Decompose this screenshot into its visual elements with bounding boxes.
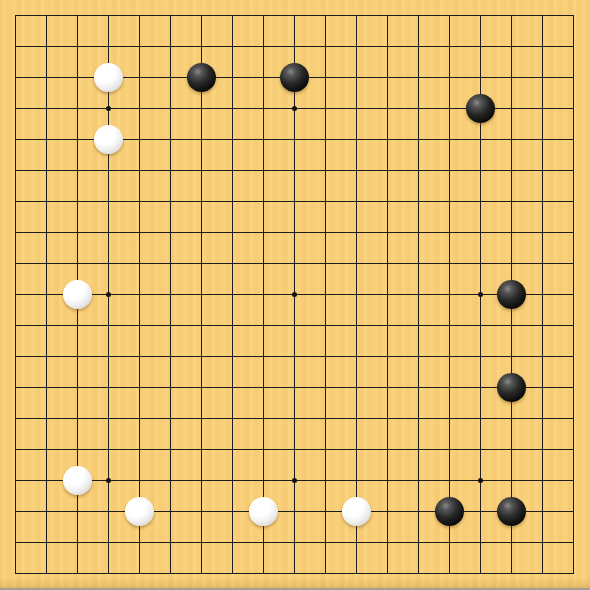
star-point [106,292,111,297]
star-point [292,292,297,297]
star-point [478,478,483,483]
black-stone [497,497,526,526]
white-stone [63,466,92,495]
star-point [106,478,111,483]
go-board-scene [0,0,590,590]
white-stone [94,125,123,154]
black-stone [497,280,526,309]
white-stone [342,497,371,526]
go-board[interactable] [0,0,590,590]
black-stone [187,63,216,92]
board-bottom-edge [0,577,590,590]
black-stone [466,94,495,123]
white-stone [249,497,278,526]
black-stone [280,63,309,92]
white-stone [125,497,154,526]
white-stone [63,280,92,309]
star-point [106,106,111,111]
black-stone [497,373,526,402]
white-stone [94,63,123,92]
black-stone [435,497,464,526]
star-point [292,478,297,483]
star-point [478,292,483,297]
board-grid [0,0,589,589]
star-point [292,106,297,111]
